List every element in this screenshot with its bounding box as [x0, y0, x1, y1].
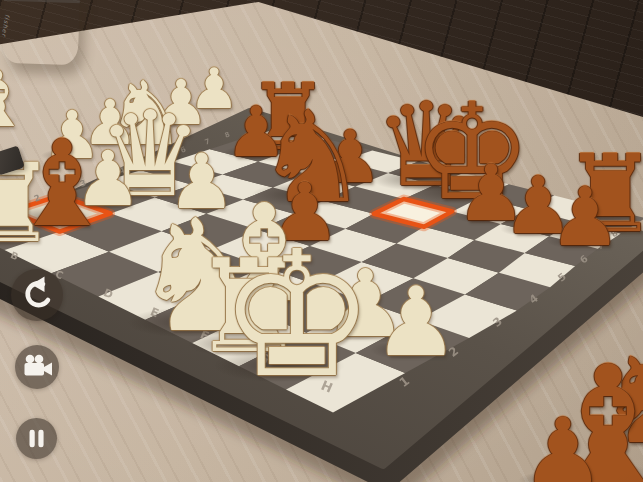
piece-black-pawn-h7[interactable]: ♟: [544, 177, 625, 258]
pause-icon: [16, 418, 57, 459]
app-screen: A11B22C33D44E55F66G77H88 ♜♟♛♟♞♝♜♚♟♟♝♟♜♞♟…: [0, 0, 643, 482]
undo-icon: [11, 269, 63, 321]
captured-black-pawn[interactable]: ♟: [516, 406, 610, 482]
piece-white-king-g1[interactable]: ♚: [210, 228, 384, 402]
camera-icon: [15, 345, 59, 389]
tumbler-band: [4, 0, 80, 3]
undo-button[interactable]: [11, 269, 63, 321]
coffee-tumbler: fisher: [2, 0, 81, 65]
camera-button[interactable]: [15, 345, 59, 389]
pause-button[interactable]: [16, 418, 57, 459]
tumbler-brand-text: fisher: [1, 14, 11, 38]
